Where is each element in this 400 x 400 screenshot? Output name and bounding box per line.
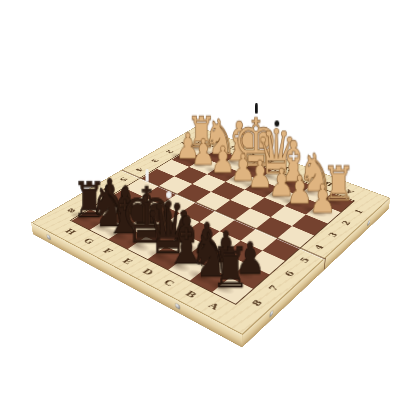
chessboard: HHGGFFEEDDCCBBAA1122334455667788 ♜♞♝♚♛♝♞… xyxy=(31,126,391,335)
piece-symbol: ♜ xyxy=(211,242,249,296)
screw-icon xyxy=(270,310,274,318)
rank-label-2-right: 2 xyxy=(340,219,353,226)
piece-symbol: ♟ xyxy=(309,181,336,219)
rank-label-4-right: 4 xyxy=(313,243,326,250)
screw-icon xyxy=(175,303,180,310)
square-a3 xyxy=(292,215,328,236)
photo-stage: HHGGFFEEDDCCBBAA1122334455667788 ♜♞♝♚♛♝♞… xyxy=(0,0,400,400)
file-label-F-near: F xyxy=(101,247,114,255)
piece-glyph: ♟ xyxy=(277,181,368,214)
file-label-A-near: A xyxy=(206,301,221,311)
file-label-G-near: G xyxy=(81,237,95,245)
file-label-H-near: H xyxy=(63,228,78,236)
rank-label-8-right: 8 xyxy=(250,298,264,307)
rank-label-3-right: 3 xyxy=(327,231,340,238)
fold-seam xyxy=(324,258,326,270)
screw-icon xyxy=(47,234,51,240)
file-label-B-near: B xyxy=(183,290,198,300)
file-label-C-near: C xyxy=(162,278,176,287)
file-label-E-near: E xyxy=(120,257,134,266)
piece-glyph: ♜ xyxy=(178,242,282,289)
screw-icon xyxy=(367,220,370,226)
file-label-D-near: D xyxy=(140,267,155,276)
